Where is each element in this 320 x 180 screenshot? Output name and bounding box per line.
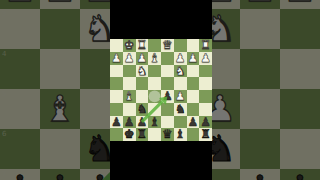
square-e4 [148, 77, 161, 90]
square-d6 [161, 103, 174, 116]
square-f5 [136, 90, 149, 103]
square-b5 [187, 90, 200, 103]
square-b7: ♟ [187, 116, 200, 129]
white-pawn-icon: ♟ [123, 52, 136, 65]
square-c6: ♞ [174, 103, 187, 116]
square-a5 [199, 90, 212, 103]
square-h5 [110, 90, 123, 103]
square-f3: ♞ [136, 65, 149, 78]
square-a3 [199, 65, 212, 78]
square-g1: ♚ [123, 39, 136, 52]
white-pawn-icon: ♟ [110, 52, 123, 65]
square-f4 [136, 77, 149, 90]
square-g3 [123, 65, 136, 78]
square-d2 [161, 52, 174, 65]
black-pawn-icon: ♟ [187, 116, 200, 129]
square-a8: ♜ [199, 128, 212, 141]
square-a2: ♟ [199, 52, 212, 65]
square-c3: ♞ [174, 65, 187, 78]
white-bishop-icon: ♝ [148, 52, 161, 65]
square-c5: ♟ [174, 90, 187, 103]
square-e2: ♝ [148, 52, 161, 65]
square-d8: ♛ [161, 128, 174, 141]
square-h8 [110, 128, 123, 141]
video-frame: ♚♜♛♜2♟♟♟♝♟♟♟3♞♞45♝♟♟6♞♞7♟♟♟♝♟♟♚♜♛♝♜ ♚♜♛♜… [0, 0, 320, 180]
black-pawn-icon: ♟ [161, 90, 174, 103]
white-knight-icon: ♞ [174, 65, 187, 78]
black-rook-icon: ♜ [199, 128, 212, 141]
square-e6 [148, 103, 161, 116]
square-g5: ♝ [123, 90, 136, 103]
black-bishop-icon: ♝ [148, 116, 161, 129]
black-queen-icon: ♛ [161, 128, 174, 141]
square-b6 [187, 103, 200, 116]
square-f1: ♜ [136, 39, 149, 52]
white-rook-icon: ♜ [136, 39, 149, 52]
black-rook-icon: ♜ [136, 128, 149, 141]
square-a6 [199, 103, 212, 116]
square-d3 [161, 65, 174, 78]
square-e5 [148, 90, 161, 103]
square-a4 [199, 77, 212, 90]
square-h4 [110, 77, 123, 90]
square-h2: ♟ [110, 52, 123, 65]
square-h7: ♟ [110, 116, 123, 129]
square-d5: ♟ [161, 90, 174, 103]
square-f8: ♜ [136, 128, 149, 141]
white-bishop-icon: ♝ [123, 90, 136, 103]
square-h1 [110, 39, 123, 52]
square-b4 [187, 77, 200, 90]
square-b8 [187, 128, 200, 141]
square-d1: ♛ [161, 39, 174, 52]
square-h3 [110, 65, 123, 78]
black-king-icon: ♚ [123, 128, 136, 141]
square-g2: ♟ [123, 52, 136, 65]
black-bishop-icon: ♝ [174, 128, 187, 141]
square-b2: ♟ [187, 52, 200, 65]
white-knight-icon: ♞ [136, 65, 149, 78]
white-pawn-icon: ♟ [199, 52, 212, 65]
black-pawn-icon: ♟ [110, 116, 123, 129]
square-g8: ♚ [123, 128, 136, 141]
white-queen-icon: ♛ [161, 39, 174, 52]
square-f6: ♞ [136, 103, 149, 116]
chess-board: ♚♜♛♜♟♟♟♝♟♟♟♞♞♝♟♟♞♞♟♟♟♝♟♟♚♜♛♝♜ [110, 39, 212, 141]
square-f2: ♟ [136, 52, 149, 65]
white-pawn-icon: ♟ [136, 52, 149, 65]
black-knight-icon: ♞ [136, 103, 149, 116]
square-a1: ♜ [199, 39, 212, 52]
white-pawn-icon: ♟ [174, 90, 187, 103]
square-b3 [187, 65, 200, 78]
square-c1 [174, 39, 187, 52]
square-g6 [123, 103, 136, 116]
white-pawn-icon: ♟ [187, 52, 200, 65]
board-area: ♚♜♛♜♟♟♟♝♟♟♟♞♞♝♟♟♞♞♟♟♟♝♟♟♚♜♛♝♜ [110, 39, 212, 141]
square-e8 [148, 128, 161, 141]
square-c2: ♟ [174, 52, 187, 65]
square-e7: ♝ [148, 116, 161, 129]
square-c8: ♝ [174, 128, 187, 141]
square-b1 [187, 39, 200, 52]
white-king-icon: ♚ [123, 39, 136, 52]
square-h6 [110, 103, 123, 116]
black-knight-icon: ♞ [174, 103, 187, 116]
white-rook-icon: ♜ [199, 39, 212, 52]
square-e1 [148, 39, 161, 52]
white-pawn-icon: ♟ [174, 52, 187, 65]
square-e3 [148, 65, 161, 78]
